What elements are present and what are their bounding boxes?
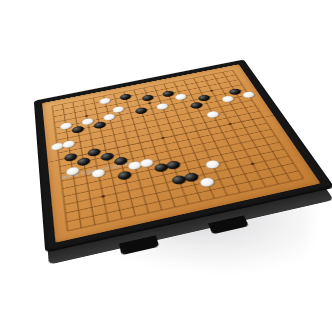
white-stone[interactable] (156, 103, 169, 111)
white-stone[interactable] (82, 118, 94, 126)
black-stone[interactable] (100, 152, 114, 162)
black-stone[interactable] (141, 94, 154, 101)
grid-line (58, 111, 259, 153)
star-point (101, 195, 105, 198)
black-stone[interactable] (64, 153, 77, 162)
black-stone[interactable] (190, 102, 204, 110)
white-stone[interactable] (51, 142, 64, 151)
grid-line (134, 90, 175, 207)
black-stone[interactable] (197, 94, 211, 102)
black-stone[interactable] (228, 88, 242, 95)
black-stone[interactable] (77, 157, 90, 167)
star-point (161, 137, 165, 140)
white-stone[interactable] (91, 168, 105, 178)
black-stone[interactable] (171, 175, 187, 186)
white-stone[interactable] (103, 113, 116, 121)
white-stone[interactable] (112, 106, 124, 114)
star-point (250, 162, 255, 165)
black-stone[interactable] (94, 121, 107, 129)
white-stone[interactable] (199, 177, 215, 188)
white-stone[interactable] (127, 161, 142, 171)
white-stone[interactable] (99, 97, 111, 104)
star-point (85, 115, 88, 117)
black-stone[interactable] (162, 90, 175, 97)
grid-line (60, 123, 267, 167)
white-stone[interactable] (60, 122, 72, 130)
white-stone[interactable] (62, 140, 75, 149)
white-stone[interactable] (206, 110, 220, 118)
black-stone[interactable] (117, 170, 132, 180)
black-stone[interactable] (114, 156, 128, 166)
white-stone[interactable] (205, 159, 221, 169)
star-point (210, 90, 214, 92)
star-point (148, 102, 152, 104)
star-point (228, 123, 232, 125)
black-stone[interactable] (135, 107, 148, 115)
black-stone[interactable] (154, 163, 169, 173)
scene: www.mygame.co.kr (0, 0, 332, 332)
white-stone[interactable] (242, 91, 256, 99)
black-stone[interactable] (119, 93, 131, 100)
white-stone[interactable] (66, 166, 80, 176)
grid-line (57, 106, 255, 147)
black-stone[interactable] (87, 148, 100, 157)
white-stone[interactable] (221, 95, 235, 103)
black-stone[interactable] (72, 125, 84, 133)
white-stone[interactable] (174, 93, 187, 100)
grid-line (63, 104, 82, 228)
